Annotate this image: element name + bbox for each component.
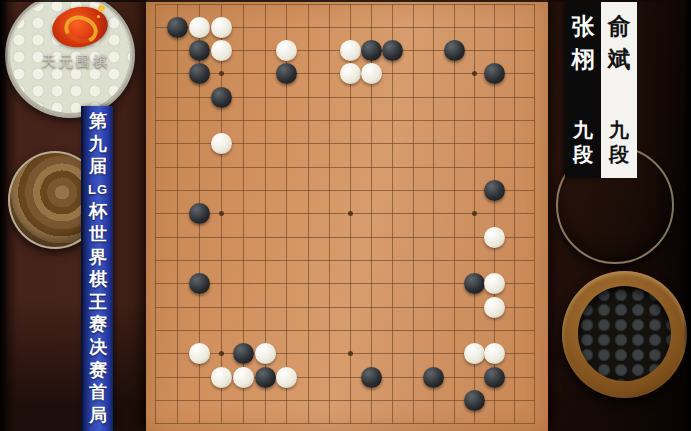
logo-spark-icon	[98, 5, 105, 12]
banner-char: 棋	[83, 269, 113, 290]
stone-white	[233, 367, 254, 388]
stone-black	[255, 367, 276, 388]
banner-char: 第	[83, 111, 113, 132]
star-point	[348, 351, 353, 356]
grid-line-horizontal	[155, 4, 535, 5]
banner-char: 九	[83, 134, 113, 155]
panel-char: 张	[572, 10, 595, 43]
stone-white	[189, 343, 210, 364]
stone-white	[361, 63, 382, 84]
stone-white	[255, 343, 276, 364]
panel-char: 段	[573, 142, 593, 166]
panel-char: 九	[609, 118, 629, 142]
stone-white	[189, 17, 210, 38]
stone-white	[276, 367, 297, 388]
star-point	[348, 211, 353, 216]
player-black-rank: 九段	[573, 118, 593, 166]
frame-edge-right	[683, 0, 691, 431]
event-banner: 第九届LG杯世界棋王赛决赛首局	[81, 106, 113, 431]
banner-char: 届	[83, 156, 113, 177]
panel-char: 栩	[572, 43, 595, 76]
grid-line-horizontal	[155, 167, 535, 168]
panel-char: 斌	[608, 43, 631, 76]
stone-black	[167, 17, 188, 38]
grid-line-horizontal	[155, 120, 535, 121]
banner-char: 王	[83, 292, 113, 313]
stone-black	[484, 367, 505, 388]
stone-white	[276, 40, 297, 61]
stone-black	[464, 390, 485, 411]
stone-black	[484, 63, 505, 84]
player-panel-white: 俞斌 九段	[601, 2, 637, 178]
player-black-name: 张栩	[572, 10, 595, 76]
grid-line-horizontal	[155, 423, 535, 424]
banner-char: 界	[83, 247, 113, 268]
player-white-name: 俞斌	[608, 10, 631, 76]
black-stone-bowl	[562, 271, 687, 398]
stone-black	[233, 343, 254, 364]
stone-white	[340, 40, 361, 61]
star-point	[219, 211, 224, 216]
table-shadow-bottom-left	[0, 300, 150, 431]
grid-line-horizontal	[155, 237, 535, 238]
grid-line-horizontal	[155, 330, 535, 331]
stone-black	[211, 87, 232, 108]
banner-char: 局	[83, 405, 113, 426]
grid-line-horizontal	[155, 307, 535, 308]
banner-char: 赛	[83, 360, 113, 381]
banner-char: 世	[83, 224, 113, 245]
stone-white	[484, 297, 505, 318]
star-point	[219, 351, 224, 356]
panel-char: 九	[573, 118, 593, 142]
panel-char: 俞	[608, 10, 631, 43]
stone-black	[276, 63, 297, 84]
stone-white	[484, 227, 505, 248]
grid-line-horizontal	[155, 213, 535, 214]
stone-black	[189, 40, 210, 61]
stone-black	[189, 273, 210, 294]
stone-white	[211, 40, 232, 61]
stone-white	[484, 273, 505, 294]
star-point	[472, 211, 477, 216]
player-panel-black: 张栩 九段	[565, 2, 601, 178]
go-board	[146, 0, 548, 431]
black-stones-in-bowl	[578, 286, 671, 381]
channel-watermark: 天元围棋	[42, 53, 122, 71]
banner-char: 首	[83, 382, 113, 403]
star-point	[472, 71, 477, 76]
stone-black	[464, 273, 485, 294]
frame-edge-top	[0, 0, 691, 2]
banner-char: LG	[83, 179, 113, 200]
stone-white	[211, 133, 232, 154]
grid-line-horizontal	[155, 190, 535, 191]
stone-white	[211, 367, 232, 388]
banner-char: 赛	[83, 314, 113, 335]
stone-black	[189, 63, 210, 84]
player-white-rank: 九段	[609, 118, 629, 166]
panel-char: 段	[609, 142, 629, 166]
stone-white	[484, 343, 505, 364]
banner-char: 决	[83, 337, 113, 358]
frame-edge-left	[0, 0, 8, 431]
broadcast-frame: 天元围棋 第九届LG杯世界棋王赛决赛首局 张栩 九段 俞斌 九段	[0, 0, 691, 431]
stone-black	[444, 40, 465, 61]
stone-black	[484, 180, 505, 201]
stone-black	[382, 40, 403, 61]
stone-black	[361, 367, 382, 388]
stone-white	[211, 17, 232, 38]
stone-white	[464, 343, 485, 364]
stone-black	[361, 40, 382, 61]
star-point	[219, 71, 224, 76]
stone-black	[423, 367, 444, 388]
stone-black	[189, 203, 210, 224]
stone-white	[340, 63, 361, 84]
banner-char: 杯	[83, 201, 113, 222]
grid-line-horizontal	[155, 260, 535, 261]
